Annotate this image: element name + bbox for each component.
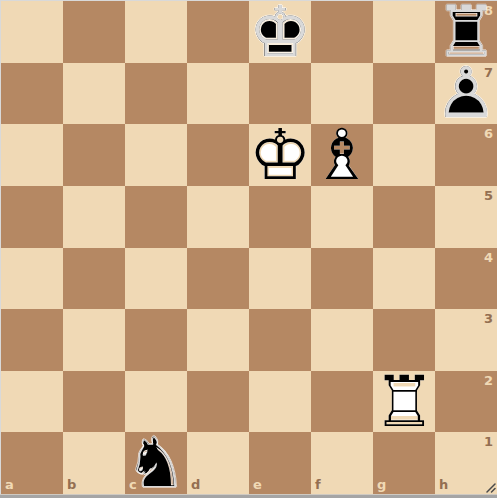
piece-black-knight[interactable]: ♞♘ xyxy=(125,432,187,494)
piece-white-king[interactable]: ♚♔ xyxy=(249,124,311,186)
square-e8[interactable]: ♚♔ xyxy=(249,1,311,63)
square-g1[interactable]: g xyxy=(373,432,435,494)
square-g4[interactable] xyxy=(373,248,435,310)
black-pawn-outline: ♙ xyxy=(435,63,497,125)
square-h4[interactable]: 4 xyxy=(435,248,497,310)
square-e6[interactable]: ♚♔ xyxy=(249,124,311,186)
square-c8[interactable] xyxy=(125,1,187,63)
square-c5[interactable] xyxy=(125,186,187,248)
square-a3[interactable] xyxy=(1,309,63,371)
square-c6[interactable] xyxy=(125,124,187,186)
square-d5[interactable] xyxy=(187,186,249,248)
square-g2[interactable]: ♜♖ xyxy=(373,371,435,433)
square-c7[interactable] xyxy=(125,63,187,125)
coord-file-a: a xyxy=(5,477,14,492)
coord-rank-2: 2 xyxy=(484,373,493,388)
white-bishop-outline: ♗ xyxy=(311,124,373,186)
black-king-outline: ♔ xyxy=(249,1,311,63)
square-b8[interactable] xyxy=(63,1,125,63)
board-bottom-border xyxy=(0,494,497,498)
square-h5[interactable]: 5 xyxy=(435,186,497,248)
coord-rank-3: 3 xyxy=(484,311,493,326)
square-d4[interactable] xyxy=(187,248,249,310)
square-f4[interactable] xyxy=(311,248,373,310)
coord-rank-5: 5 xyxy=(484,188,493,203)
square-d1[interactable]: d xyxy=(187,432,249,494)
square-g5[interactable] xyxy=(373,186,435,248)
square-e5[interactable] xyxy=(249,186,311,248)
square-e2[interactable] xyxy=(249,371,311,433)
resize-handle-icon[interactable] xyxy=(484,481,496,493)
square-f8[interactable] xyxy=(311,1,373,63)
coord-file-e: e xyxy=(253,477,262,492)
square-h3[interactable]: 3 xyxy=(435,309,497,371)
square-f5[interactable] xyxy=(311,186,373,248)
square-b5[interactable] xyxy=(63,186,125,248)
piece-white-bishop[interactable]: ♝♗ xyxy=(311,124,373,186)
coord-file-d: d xyxy=(191,477,200,492)
square-a6[interactable] xyxy=(1,124,63,186)
square-a2[interactable] xyxy=(1,371,63,433)
coord-file-h: h xyxy=(439,477,448,492)
square-h6[interactable]: 6 xyxy=(435,124,497,186)
chess-board-widget: ♚♔8♜♖7♟♙♚♔♝♗6543♜♖2abc♞♘defg1h xyxy=(0,0,497,498)
square-e4[interactable] xyxy=(249,248,311,310)
square-c4[interactable] xyxy=(125,248,187,310)
square-b3[interactable] xyxy=(63,309,125,371)
square-g6[interactable] xyxy=(373,124,435,186)
black-knight-outline: ♘ xyxy=(125,432,187,494)
square-f6[interactable]: ♝♗ xyxy=(311,124,373,186)
square-c3[interactable] xyxy=(125,309,187,371)
piece-black-pawn[interactable]: ♟♙ xyxy=(435,63,497,125)
square-d8[interactable] xyxy=(187,1,249,63)
white-king-outline: ♔ xyxy=(249,124,311,186)
square-h2[interactable]: 2 xyxy=(435,371,497,433)
coord-file-g: g xyxy=(377,477,386,492)
square-d6[interactable] xyxy=(187,124,249,186)
piece-white-rook[interactable]: ♜♖ xyxy=(373,371,435,433)
square-f2[interactable] xyxy=(311,371,373,433)
square-d3[interactable] xyxy=(187,309,249,371)
square-b7[interactable] xyxy=(63,63,125,125)
square-a1[interactable]: a xyxy=(1,432,63,494)
square-h1[interactable]: 1h xyxy=(435,432,497,494)
piece-black-king[interactable]: ♚♔ xyxy=(249,1,311,63)
square-f1[interactable]: f xyxy=(311,432,373,494)
chess-board: ♚♔8♜♖7♟♙♚♔♝♗6543♜♖2abc♞♘defg1h xyxy=(0,0,497,494)
square-a5[interactable] xyxy=(1,186,63,248)
square-e1[interactable]: e xyxy=(249,432,311,494)
square-a8[interactable] xyxy=(1,1,63,63)
square-a7[interactable] xyxy=(1,63,63,125)
square-c1[interactable]: c♞♘ xyxy=(125,432,187,494)
coord-file-f: f xyxy=(315,477,321,492)
white-rook-outline: ♖ xyxy=(373,371,435,433)
square-a4[interactable] xyxy=(1,248,63,310)
square-g7[interactable] xyxy=(373,63,435,125)
square-d7[interactable] xyxy=(187,63,249,125)
square-b1[interactable]: b xyxy=(63,432,125,494)
square-g8[interactable] xyxy=(373,1,435,63)
square-b4[interactable] xyxy=(63,248,125,310)
coord-rank-1: 1 xyxy=(484,434,493,449)
square-d2[interactable] xyxy=(187,371,249,433)
square-h7[interactable]: 7♟♙ xyxy=(435,63,497,125)
square-f3[interactable] xyxy=(311,309,373,371)
coord-rank-4: 4 xyxy=(484,250,493,265)
coord-file-b: b xyxy=(67,477,76,492)
square-b2[interactable] xyxy=(63,371,125,433)
coord-rank-6: 6 xyxy=(484,126,493,141)
square-b6[interactable] xyxy=(63,124,125,186)
square-e3[interactable] xyxy=(249,309,311,371)
